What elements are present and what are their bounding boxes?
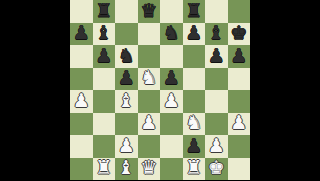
square-b1[interactable]: ♜ xyxy=(93,158,116,181)
letterbox-left xyxy=(0,0,70,180)
piece-white-knight: ♞ xyxy=(140,68,157,87)
square-e7[interactable]: ♞ xyxy=(160,23,183,46)
letterbox-right xyxy=(250,0,320,180)
square-e4[interactable]: ♟ xyxy=(160,90,183,113)
piece-black-knight: ♞ xyxy=(118,46,135,65)
square-c1[interactable]: ♝ xyxy=(115,158,138,181)
square-b7[interactable]: ♝ xyxy=(93,23,116,46)
piece-white-pawn: ♟ xyxy=(163,91,180,110)
piece-white-rook: ♜ xyxy=(185,158,202,177)
piece-black-pawn: ♟ xyxy=(73,23,90,42)
piece-white-pawn: ♟ xyxy=(140,113,157,132)
piece-white-bishop: ♝ xyxy=(118,91,135,110)
piece-black-pawn: ♟ xyxy=(185,136,202,155)
square-a8[interactable] xyxy=(70,0,93,23)
piece-black-pawn: ♟ xyxy=(185,23,202,42)
square-g1[interactable]: ♚ xyxy=(205,158,228,181)
piece-black-pawn: ♟ xyxy=(95,46,112,65)
square-e8[interactable] xyxy=(160,0,183,23)
square-g8[interactable] xyxy=(205,0,228,23)
piece-white-pawn: ♟ xyxy=(73,91,90,110)
square-f4[interactable] xyxy=(183,90,206,113)
video-frame: ♜♛♜♟♝♞♟♝♚♟♞♟♟♟♞♟♟♝♟♟♞♟♟♟♟♜♝♛♜♚ xyxy=(0,0,320,180)
square-e6[interactable] xyxy=(160,45,183,68)
square-d6[interactable] xyxy=(138,45,161,68)
square-g4[interactable] xyxy=(205,90,228,113)
square-a4[interactable]: ♟ xyxy=(70,90,93,113)
square-b4[interactable] xyxy=(93,90,116,113)
square-d1[interactable]: ♛ xyxy=(138,158,161,181)
piece-black-rook: ♜ xyxy=(185,1,202,20)
piece-black-knight: ♞ xyxy=(163,23,180,42)
square-h4[interactable] xyxy=(228,90,251,113)
piece-black-queen: ♛ xyxy=(140,1,157,20)
square-h2[interactable] xyxy=(228,135,251,158)
square-g7[interactable]: ♝ xyxy=(205,23,228,46)
square-a2[interactable] xyxy=(70,135,93,158)
square-f5[interactable] xyxy=(183,68,206,91)
square-h8[interactable] xyxy=(228,0,251,23)
square-h6[interactable]: ♟ xyxy=(228,45,251,68)
piece-black-bishop: ♝ xyxy=(95,23,112,42)
square-f3[interactable]: ♞ xyxy=(183,113,206,136)
square-a7[interactable]: ♟ xyxy=(70,23,93,46)
square-a6[interactable] xyxy=(70,45,93,68)
piece-white-pawn: ♟ xyxy=(230,113,247,132)
square-d8[interactable]: ♛ xyxy=(138,0,161,23)
piece-black-pawn: ♟ xyxy=(118,68,135,87)
square-g3[interactable] xyxy=(205,113,228,136)
square-d3[interactable]: ♟ xyxy=(138,113,161,136)
square-h3[interactable]: ♟ xyxy=(228,113,251,136)
piece-white-pawn: ♟ xyxy=(118,136,135,155)
square-d2[interactable] xyxy=(138,135,161,158)
square-f8[interactable]: ♜ xyxy=(183,0,206,23)
piece-white-bishop: ♝ xyxy=(118,158,135,177)
square-d5[interactable]: ♞ xyxy=(138,68,161,91)
square-f7[interactable]: ♟ xyxy=(183,23,206,46)
square-b2[interactable] xyxy=(93,135,116,158)
square-h7[interactable]: ♚ xyxy=(228,23,251,46)
square-c2[interactable]: ♟ xyxy=(115,135,138,158)
square-b6[interactable]: ♟ xyxy=(93,45,116,68)
piece-white-knight: ♞ xyxy=(185,113,202,132)
square-c3[interactable] xyxy=(115,113,138,136)
square-e3[interactable] xyxy=(160,113,183,136)
square-c7[interactable] xyxy=(115,23,138,46)
square-c8[interactable] xyxy=(115,0,138,23)
square-c4[interactable]: ♝ xyxy=(115,90,138,113)
square-a5[interactable] xyxy=(70,68,93,91)
square-g5[interactable] xyxy=(205,68,228,91)
square-d7[interactable] xyxy=(138,23,161,46)
square-a3[interactable] xyxy=(70,113,93,136)
piece-white-king: ♚ xyxy=(208,158,225,177)
square-b8[interactable]: ♜ xyxy=(93,0,116,23)
square-f2[interactable]: ♟ xyxy=(183,135,206,158)
square-f1[interactable]: ♜ xyxy=(183,158,206,181)
piece-black-rook: ♜ xyxy=(95,1,112,20)
square-c5[interactable]: ♟ xyxy=(115,68,138,91)
square-h5[interactable] xyxy=(228,68,251,91)
piece-black-pawn: ♟ xyxy=(230,46,247,65)
square-e1[interactable] xyxy=(160,158,183,181)
piece-black-pawn: ♟ xyxy=(163,68,180,87)
square-b3[interactable] xyxy=(93,113,116,136)
piece-black-bishop: ♝ xyxy=(208,23,225,42)
square-a1[interactable] xyxy=(70,158,93,181)
chess-board[interactable]: ♜♛♜♟♝♞♟♝♚♟♞♟♟♟♞♟♟♝♟♟♞♟♟♟♟♜♝♛♜♚ xyxy=(70,0,250,180)
square-b5[interactable] xyxy=(93,68,116,91)
square-h1[interactable] xyxy=(228,158,251,181)
square-d4[interactable] xyxy=(138,90,161,113)
square-e2[interactable] xyxy=(160,135,183,158)
piece-black-king: ♚ xyxy=(230,23,247,42)
square-g2[interactable]: ♟ xyxy=(205,135,228,158)
square-e5[interactable]: ♟ xyxy=(160,68,183,91)
piece-black-pawn: ♟ xyxy=(208,46,225,65)
square-f6[interactable] xyxy=(183,45,206,68)
piece-white-pawn: ♟ xyxy=(208,136,225,155)
piece-white-queen: ♛ xyxy=(140,158,157,177)
square-c6[interactable]: ♞ xyxy=(115,45,138,68)
square-g6[interactable]: ♟ xyxy=(205,45,228,68)
piece-white-rook: ♜ xyxy=(95,158,112,177)
